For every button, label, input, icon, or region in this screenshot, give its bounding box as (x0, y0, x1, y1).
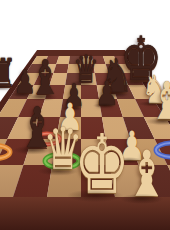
piece-white-king-e1[interactable]: ♚ (74, 133, 130, 197)
piece-shadow (120, 194, 164, 204)
piece-white-bishop-h4[interactable]: ♝ (149, 81, 170, 122)
piece-white-bishop-f1[interactable]: ♝ (125, 150, 169, 200)
chess-scene: ♛♚♜♟♝♞♞♟♟♝♟♝♟♛♚♝ (0, 0, 170, 230)
piece-black-bishop-c5[interactable]: ♝ (28, 60, 61, 98)
piece-black-pawn-f4[interactable]: ♟ (95, 80, 118, 106)
piece-shadow (0, 84, 14, 90)
piece-shadow (92, 103, 115, 108)
piece-shadow (38, 166, 79, 175)
piece-shadow (67, 189, 124, 202)
piece-shadow (145, 117, 170, 125)
